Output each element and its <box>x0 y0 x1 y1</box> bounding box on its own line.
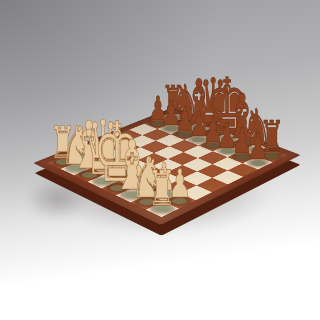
piece-white-rook-h1: ♜ <box>136 164 188 213</box>
pieces-layer: ♜♞♝♛♚♝♞♜♟♟♟♟♟♟♟♟♟♟♟♟♟♟♟♟♜♞♝♛♚♝♞♜ <box>0 0 320 320</box>
chess-set-product-photo: ♜♞♝♛♚♝♞♜♟♟♟♟♟♟♟♟♟♟♟♟♟♟♟♟♜♞♝♛♚♝♞♜ <box>0 0 320 320</box>
photo-scene: ♜♞♝♛♚♝♞♜♟♟♟♟♟♟♟♟♟♟♟♟♟♟♟♟♜♞♝♛♚♝♞♜ <box>0 0 320 320</box>
piece-black-pawn-h7: ♟ <box>232 129 284 165</box>
